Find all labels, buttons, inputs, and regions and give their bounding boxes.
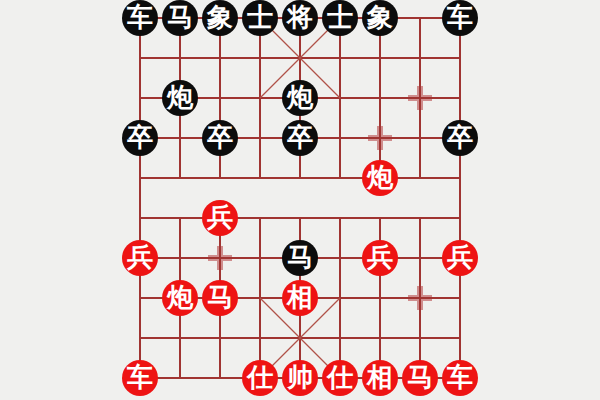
point-2-4[interactable]	[200, 158, 240, 198]
red-general[interactable]: 帅	[282, 360, 318, 396]
marker-corner-tl	[408, 286, 419, 297]
red-soldier[interactable]: 兵	[362, 240, 398, 276]
point-8-7[interactable]	[440, 278, 480, 318]
point-2-9[interactable]	[200, 358, 240, 398]
point-0-3[interactable]: 卒	[120, 118, 160, 158]
point-0-4[interactable]	[120, 158, 160, 198]
black-advisor[interactable]: 士	[242, 0, 278, 36]
point-1-0[interactable]: 马	[160, 0, 200, 38]
black-cannon[interactable]: 炮	[162, 80, 198, 116]
point-7-4[interactable]	[400, 158, 440, 198]
point-1-9[interactable]	[160, 358, 200, 398]
point-3-5[interactable]	[240, 198, 280, 238]
point-5-9[interactable]: 仕	[320, 358, 360, 398]
red-chariot[interactable]: 车	[442, 360, 478, 396]
marker-corner-tl	[208, 246, 219, 257]
red-chariot[interactable]: 车	[122, 360, 158, 396]
point-5-3[interactable]	[320, 118, 360, 158]
marker-corner-bl	[408, 299, 419, 310]
point-8-3[interactable]: 卒	[440, 118, 480, 158]
point-5-4[interactable]	[320, 158, 360, 198]
point-0-5[interactable]	[120, 198, 160, 238]
point-5-0[interactable]: 士	[320, 0, 360, 38]
black-chariot[interactable]: 车	[442, 0, 478, 36]
point-4-2[interactable]: 炮	[280, 78, 320, 118]
point-0-6[interactable]: 兵	[120, 238, 160, 278]
marker-corner-bl	[208, 259, 219, 270]
red-soldier[interactable]: 兵	[442, 240, 478, 276]
red-horse[interactable]: 马	[402, 360, 438, 396]
point-7-9[interactable]: 马	[400, 358, 440, 398]
point-6-4[interactable]: 炮	[360, 158, 400, 198]
red-cannon[interactable]: 炮	[162, 280, 198, 316]
black-general[interactable]: 将	[282, 0, 318, 36]
point-7-2[interactable]	[400, 78, 440, 118]
point-0-0[interactable]: 车	[120, 0, 160, 38]
point-3-4[interactable]	[240, 158, 280, 198]
point-6-6[interactable]: 兵	[360, 238, 400, 278]
point-4-6[interactable]: 马	[280, 238, 320, 278]
point-3-8[interactable]	[240, 318, 280, 358]
point-6-3[interactable]	[360, 118, 400, 158]
point-2-6[interactable]	[200, 238, 240, 278]
point-6-1[interactable]	[360, 38, 400, 78]
red-advisor[interactable]: 仕	[322, 360, 358, 396]
red-elephant[interactable]: 相	[362, 360, 398, 396]
point-8-1[interactable]	[440, 38, 480, 78]
point-5-1[interactable]	[320, 38, 360, 78]
point-8-4[interactable]	[440, 158, 480, 198]
point-1-3[interactable]	[160, 118, 200, 158]
point-1-2[interactable]: 炮	[160, 78, 200, 118]
point-1-8[interactable]	[160, 318, 200, 358]
point-3-7[interactable]	[240, 278, 280, 318]
point-7-1[interactable]	[400, 38, 440, 78]
red-elephant[interactable]: 相	[282, 280, 318, 316]
point-3-2[interactable]	[240, 78, 280, 118]
point-4-1[interactable]	[280, 38, 320, 78]
point-7-7[interactable]	[400, 278, 440, 318]
point-5-7[interactable]	[320, 278, 360, 318]
point-1-5[interactable]	[160, 198, 200, 238]
point-6-2[interactable]	[360, 78, 400, 118]
point-2-3[interactable]: 卒	[200, 118, 240, 158]
board-points: 车马象士将士象车炮炮卒卒卒卒炮兵兵马兵兵炮马相车仕帅仕相马车	[120, 0, 480, 398]
point-7-5[interactable]	[400, 198, 440, 238]
point-2-2[interactable]	[200, 78, 240, 118]
last-move-marker	[408, 286, 432, 310]
point-7-8[interactable]	[400, 318, 440, 358]
point-3-9[interactable]: 仕	[240, 358, 280, 398]
point-5-8[interactable]	[320, 318, 360, 358]
red-cannon[interactable]: 炮	[362, 160, 398, 196]
point-4-5[interactable]	[280, 198, 320, 238]
point-1-6[interactable]	[160, 238, 200, 278]
point-4-3[interactable]: 卒	[280, 118, 320, 158]
black-soldier[interactable]: 卒	[202, 120, 238, 156]
point-4-7[interactable]: 相	[280, 278, 320, 318]
point-0-7[interactable]	[120, 278, 160, 318]
point-3-1[interactable]	[240, 38, 280, 78]
black-cannon[interactable]: 炮	[282, 80, 318, 116]
point-6-8[interactable]	[360, 318, 400, 358]
marker-corner-tl	[368, 126, 379, 137]
point-2-0[interactable]: 象	[200, 0, 240, 38]
point-3-3[interactable]	[240, 118, 280, 158]
black-elephant[interactable]: 象	[202, 0, 238, 36]
point-5-2[interactable]	[320, 78, 360, 118]
point-6-5[interactable]	[360, 198, 400, 238]
point-8-0[interactable]: 车	[440, 0, 480, 38]
point-2-5[interactable]: 兵	[200, 198, 240, 238]
marker-corner-tr	[381, 126, 392, 137]
point-7-3[interactable]	[400, 118, 440, 158]
black-horse[interactable]: 马	[282, 240, 318, 276]
point-2-8[interactable]	[200, 318, 240, 358]
marker-corner-br	[421, 299, 432, 310]
black-advisor[interactable]: 士	[322, 0, 358, 36]
point-5-6[interactable]	[320, 238, 360, 278]
point-6-0[interactable]: 象	[360, 0, 400, 38]
marker-corner-tr	[421, 286, 432, 297]
point-8-9[interactable]: 车	[440, 358, 480, 398]
xiangqi-board: 车马象士将士象车炮炮卒卒卒卒炮兵兵马兵兵炮马相车仕帅仕相马车	[120, 0, 480, 398]
marker-corner-bl	[408, 99, 419, 110]
point-1-4[interactable]	[160, 158, 200, 198]
black-soldier[interactable]: 卒	[282, 120, 318, 156]
point-0-8[interactable]	[120, 318, 160, 358]
black-elephant[interactable]: 象	[362, 0, 398, 36]
point-3-6[interactable]	[240, 238, 280, 278]
last-move-marker	[208, 246, 232, 270]
marker-corner-tr	[421, 86, 432, 97]
point-1-1[interactable]	[160, 38, 200, 78]
point-8-2[interactable]	[440, 78, 480, 118]
red-soldier[interactable]: 兵	[202, 200, 238, 236]
point-8-6[interactable]: 兵	[440, 238, 480, 278]
point-6-7[interactable]	[360, 278, 400, 318]
point-4-0[interactable]: 将	[280, 0, 320, 38]
point-2-7[interactable]: 马	[200, 278, 240, 318]
black-chariot[interactable]: 车	[122, 0, 158, 36]
marker-corner-tl	[408, 86, 419, 97]
last-move-marker	[408, 86, 432, 110]
point-4-8[interactable]	[280, 318, 320, 358]
red-advisor[interactable]: 仕	[242, 360, 278, 396]
black-soldier[interactable]: 卒	[442, 120, 478, 156]
black-soldier[interactable]: 卒	[122, 120, 158, 156]
point-6-9[interactable]: 相	[360, 358, 400, 398]
point-8-5[interactable]	[440, 198, 480, 238]
point-5-5[interactable]	[320, 198, 360, 238]
marker-corner-tr	[221, 246, 232, 257]
point-0-9[interactable]: 车	[120, 358, 160, 398]
point-8-8[interactable]	[440, 318, 480, 358]
red-soldier[interactable]: 兵	[122, 240, 158, 276]
point-2-1[interactable]	[200, 38, 240, 78]
point-7-0[interactable]	[400, 0, 440, 38]
point-7-6[interactable]	[400, 238, 440, 278]
point-4-9[interactable]: 帅	[280, 358, 320, 398]
red-horse[interactable]: 马	[202, 280, 238, 316]
black-horse[interactable]: 马	[162, 0, 198, 36]
marker-corner-br	[421, 99, 432, 110]
point-3-0[interactable]: 士	[240, 0, 280, 38]
marker-corner-br	[221, 259, 232, 270]
last-move-marker	[368, 126, 392, 150]
point-4-4[interactable]	[280, 158, 320, 198]
point-1-7[interactable]: 炮	[160, 278, 200, 318]
marker-corner-br	[381, 139, 392, 150]
point-0-2[interactable]	[120, 78, 160, 118]
marker-corner-bl	[368, 139, 379, 150]
point-0-1[interactable]	[120, 38, 160, 78]
